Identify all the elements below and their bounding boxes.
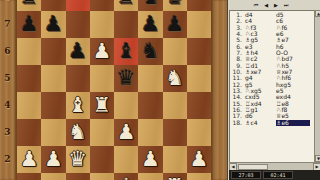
square-e4[interactable] [114, 92, 138, 119]
piece-black-pawn-c6: ♟ [66, 38, 90, 65]
piece-black-bishop-e6: ♝ [114, 38, 138, 65]
black-move-cell-selected[interactable]: ♗e6 [276, 120, 310, 126]
piece-white-pawn-f2: ♟ [138, 146, 162, 173]
square-e8[interactable]: ♜ [114, 0, 138, 11]
square-c7[interactable] [66, 11, 90, 38]
piece-white-bishop-c4: ♝ [66, 92, 90, 119]
vertical-scrollbar[interactable]: ▲ ▼ [314, 10, 320, 162]
square-g3[interactable] [163, 119, 187, 146]
square-c3[interactable]: ♞ [66, 119, 90, 146]
square-d5[interactable] [90, 65, 114, 92]
square-b3[interactable] [41, 119, 65, 146]
square-c5[interactable] [66, 65, 90, 92]
move-list: 1.d4d52.c4c63.♘f3♘f64.♘c3e65.♗g5♗e76.e3h… [229, 10, 315, 164]
square-a4[interactable] [17, 92, 41, 119]
square-c1[interactable] [66, 173, 90, 180]
piece-black-rook-e8: ♜ [114, 0, 138, 11]
square-e1[interactable]: ♚ [114, 173, 138, 180]
square-d6[interactable]: ♟ [90, 38, 114, 65]
square-g1[interactable]: ♜ [163, 173, 187, 180]
square-a2[interactable]: ♟ [17, 146, 41, 173]
piece-white-pawn-e3: ♟ [114, 119, 138, 146]
rank-label-8: 8 [0, 0, 15, 4]
first-move-button[interactable]: ⏮ [254, 0, 259, 10]
square-b4[interactable] [41, 92, 65, 119]
square-f4[interactable] [138, 92, 162, 119]
square-a3[interactable] [17, 119, 41, 146]
piece-white-pawn-a2: ♟ [17, 146, 41, 173]
move-number: 18. [231, 120, 242, 126]
square-d7[interactable] [90, 11, 114, 38]
square-b2[interactable]: ♟ [41, 146, 65, 173]
status-bar: 27:03 02:41 [229, 170, 320, 180]
white-clock: 27:03 [231, 171, 261, 179]
square-e2[interactable] [114, 146, 138, 173]
square-b1[interactable] [41, 173, 65, 180]
scroll-up-icon[interactable]: ▲ [315, 10, 320, 17]
square-c4[interactable]: ♝ [66, 92, 90, 119]
square-e7[interactable] [114, 11, 138, 38]
square-b6[interactable] [41, 38, 65, 65]
piece-black-pawn-f7: ♟ [138, 11, 162, 38]
square-f7[interactable]: ♟ [138, 11, 162, 38]
rank-label-7: 7 [0, 19, 15, 31]
square-c8[interactable] [66, 0, 90, 11]
next-move-button[interactable]: ▶ [274, 0, 278, 10]
rank-label-6: 6 [0, 46, 15, 58]
square-h3[interactable] [187, 119, 211, 146]
piece-white-pawn-d6: ♟ [90, 38, 114, 65]
chess-board: ♜♜♞♚♟♟♟♟♟♟♝♞♛♞♝♜♞♟♟♟♛♟♟♚♜ [17, 0, 211, 180]
piece-black-king-g8: ♚ [163, 0, 187, 11]
piece-white-rook-g1: ♜ [163, 173, 187, 180]
last-move-button[interactable]: ⏭ [284, 0, 289, 10]
square-f2[interactable]: ♟ [138, 146, 162, 173]
square-h7[interactable] [187, 11, 211, 38]
square-a5[interactable] [17, 65, 41, 92]
square-e5[interactable]: ♛ [114, 65, 138, 92]
piece-white-pawn-b2: ♟ [41, 146, 65, 173]
square-f6[interactable]: ♞ [138, 38, 162, 65]
square-h1[interactable] [187, 173, 211, 180]
square-a6[interactable] [17, 38, 41, 65]
square-b8[interactable] [41, 0, 65, 11]
playback-controls: ⏮◀▶⏭ [229, 0, 313, 10]
square-b7[interactable]: ♟ [41, 11, 65, 38]
square-f5[interactable] [138, 65, 162, 92]
square-d8[interactable] [90, 0, 114, 11]
square-c2[interactable]: ♛ [66, 146, 90, 173]
move-list-panel: ⏮◀▶⏭ 1.d4d52.c4c63.♘f3♘f64.♘c3e65.♗g5♗e7… [227, 0, 320, 180]
square-d1[interactable] [90, 173, 114, 180]
square-f8[interactable]: ♞ [138, 0, 162, 11]
square-g2[interactable] [163, 146, 187, 173]
square-h8[interactable] [187, 0, 211, 11]
square-h6[interactable] [187, 38, 211, 65]
piece-white-king-e1: ♚ [114, 173, 138, 180]
square-f1[interactable] [138, 173, 162, 180]
square-d4[interactable]: ♜ [90, 92, 114, 119]
square-a8[interactable]: ♜ [17, 0, 41, 11]
square-g7[interactable]: ♟ [163, 11, 187, 38]
piece-white-knight-g5: ♞ [163, 65, 187, 92]
square-c6[interactable]: ♟ [66, 38, 90, 65]
piece-black-knight-f8: ♞ [138, 0, 162, 11]
piece-white-knight-c3: ♞ [66, 119, 90, 146]
square-h2[interactable]: ♟ [187, 146, 211, 173]
piece-black-rook-a8: ♜ [17, 0, 41, 11]
rank-label-2: 2 [0, 154, 15, 166]
square-f3[interactable] [138, 119, 162, 146]
square-a1[interactable] [17, 173, 41, 180]
square-e3[interactable]: ♟ [114, 119, 138, 146]
square-g5[interactable]: ♞ [163, 65, 187, 92]
board-frame-right [211, 0, 228, 180]
square-d3[interactable] [90, 119, 114, 146]
rank-label-5: 5 [0, 73, 15, 85]
prev-move-button[interactable]: ◀ [264, 0, 268, 10]
piece-white-rook-d4: ♜ [90, 92, 114, 119]
white-move-cell[interactable]: ♗c4 [245, 120, 274, 126]
square-b5[interactable] [41, 65, 65, 92]
rank-label-4: 4 [0, 100, 15, 112]
square-g6[interactable] [163, 38, 187, 65]
square-a7[interactable]: ♟ [17, 11, 41, 38]
rank-label-3: 3 [0, 127, 15, 139]
piece-white-pawn-h2: ♟ [187, 146, 211, 173]
chess-app-window: 87654321 ♜♜♞♚♟♟♟♟♟♟♝♞♛♞♝♜♞♟♟♟♛♟♟♚♜ ⏮◀▶⏭ … [0, 0, 320, 180]
square-h5[interactable] [187, 65, 211, 92]
square-d2[interactable] [90, 146, 114, 173]
scroll-down-icon[interactable]: ▼ [315, 155, 320, 162]
board-frame-left: 87654321 [0, 0, 18, 180]
piece-black-knight-f6: ♞ [138, 38, 162, 65]
square-g4[interactable] [163, 92, 187, 119]
square-g8[interactable]: ♚ [163, 0, 187, 11]
piece-black-pawn-g7: ♟ [163, 11, 187, 38]
piece-white-queen-c2: ♛ [66, 146, 90, 173]
piece-black-pawn-a7: ♟ [17, 11, 41, 38]
piece-black-pawn-b7: ♟ [41, 11, 65, 38]
move-row-18: 18.♗c4♗e6 [230, 120, 314, 126]
square-h4[interactable] [187, 92, 211, 119]
piece-black-queen-e5: ♛ [114, 65, 138, 92]
black-clock: 02:41 [263, 171, 293, 179]
square-e6[interactable]: ♝ [114, 38, 138, 65]
